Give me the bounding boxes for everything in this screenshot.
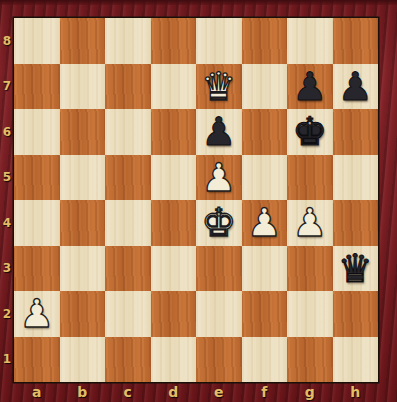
black-pawn[interactable]: ♟ [292, 64, 327, 110]
square-c3[interactable] [105, 246, 151, 292]
black-queen[interactable]: ♛ [338, 246, 373, 292]
square-c5[interactable] [105, 155, 151, 201]
square-h2[interactable] [333, 291, 379, 337]
square-g8[interactable] [287, 18, 333, 64]
white-pawn[interactable]: ♟ [292, 200, 327, 246]
square-d6[interactable] [151, 109, 197, 155]
square-f2[interactable] [242, 291, 288, 337]
square-h3[interactable]: ♛ [333, 246, 379, 292]
white-pawn[interactable]: ♟ [247, 200, 282, 246]
rank-label-6: 6 [0, 109, 14, 155]
square-h1[interactable] [333, 337, 379, 383]
square-c7[interactable] [105, 64, 151, 110]
square-a3[interactable] [14, 246, 60, 292]
square-g4[interactable]: ♟ [287, 200, 333, 246]
black-king[interactable]: ♚ [292, 109, 327, 155]
square-b8[interactable] [60, 18, 106, 64]
square-a8[interactable] [14, 18, 60, 64]
square-g6[interactable]: ♚ [287, 109, 333, 155]
square-a6[interactable] [14, 109, 60, 155]
square-b4[interactable] [60, 200, 106, 246]
square-g3[interactable] [287, 246, 333, 292]
square-c2[interactable] [105, 291, 151, 337]
rank-label-1: 1 [0, 337, 14, 383]
rank-label-4: 4 [0, 200, 14, 246]
file-label-b: b [60, 382, 106, 402]
square-f1[interactable] [242, 337, 288, 383]
square-f6[interactable] [242, 109, 288, 155]
file-labels: abcdefgh [14, 382, 378, 402]
file-label-a: a [14, 382, 60, 402]
square-f7[interactable] [242, 64, 288, 110]
square-f3[interactable] [242, 246, 288, 292]
square-d1[interactable] [151, 337, 197, 383]
square-h7[interactable]: ♟ [333, 64, 379, 110]
square-g5[interactable] [287, 155, 333, 201]
rank-label-7: 7 [0, 64, 14, 110]
square-b7[interactable] [60, 64, 106, 110]
square-b2[interactable] [60, 291, 106, 337]
square-d4[interactable] [151, 200, 197, 246]
white-queen[interactable]: ♛ [201, 64, 236, 110]
square-b1[interactable] [60, 337, 106, 383]
square-a1[interactable] [14, 337, 60, 383]
board: ♛♟♟♟♚♟♚♟♟♛♟ [14, 18, 378, 382]
square-b5[interactable] [60, 155, 106, 201]
square-h4[interactable] [333, 200, 379, 246]
black-pawn[interactable]: ♟ [338, 64, 373, 110]
square-f4[interactable]: ♟ [242, 200, 288, 246]
file-label-c: c [105, 382, 151, 402]
square-a2[interactable]: ♟ [14, 291, 60, 337]
square-h5[interactable] [333, 155, 379, 201]
square-f8[interactable] [242, 18, 288, 64]
black-pawn[interactable]: ♟ [201, 109, 236, 155]
file-label-f: f [242, 382, 288, 402]
file-label-e: e [196, 382, 242, 402]
frame-top-edge [0, 0, 397, 5]
square-d5[interactable] [151, 155, 197, 201]
square-e5[interactable]: ♟ [196, 155, 242, 201]
square-f5[interactable] [242, 155, 288, 201]
square-d8[interactable] [151, 18, 197, 64]
rank-labels: 87654321 [0, 18, 14, 382]
square-a5[interactable] [14, 155, 60, 201]
square-a4[interactable] [14, 200, 60, 246]
square-d7[interactable] [151, 64, 197, 110]
square-h6[interactable] [333, 109, 379, 155]
square-b3[interactable] [60, 246, 106, 292]
square-g7[interactable]: ♟ [287, 64, 333, 110]
rank-label-2: 2 [0, 291, 14, 337]
square-e2[interactable] [196, 291, 242, 337]
square-a7[interactable] [14, 64, 60, 110]
square-d3[interactable] [151, 246, 197, 292]
rank-label-8: 8 [0, 18, 14, 64]
square-e8[interactable] [196, 18, 242, 64]
square-e7[interactable]: ♛ [196, 64, 242, 110]
file-label-g: g [287, 382, 333, 402]
rank-label-3: 3 [0, 246, 14, 292]
square-c8[interactable] [105, 18, 151, 64]
white-pawn[interactable]: ♟ [19, 291, 54, 337]
square-g1[interactable] [287, 337, 333, 383]
file-label-h: h [333, 382, 379, 402]
square-c4[interactable] [105, 200, 151, 246]
square-e3[interactable] [196, 246, 242, 292]
square-b6[interactable] [60, 109, 106, 155]
square-h8[interactable] [333, 18, 379, 64]
square-e1[interactable] [196, 337, 242, 383]
white-pawn[interactable]: ♟ [201, 155, 236, 201]
white-king[interactable]: ♚ [201, 200, 236, 246]
square-e6[interactable]: ♟ [196, 109, 242, 155]
square-c1[interactable] [105, 337, 151, 383]
chessboard-frame: 87654321 abcdefgh ♛♟♟♟♚♟♚♟♟♛♟ [0, 0, 397, 402]
file-label-d: d [151, 382, 197, 402]
square-c6[interactable] [105, 109, 151, 155]
square-g2[interactable] [287, 291, 333, 337]
rank-label-5: 5 [0, 155, 14, 201]
square-e4[interactable]: ♚ [196, 200, 242, 246]
square-d2[interactable] [151, 291, 197, 337]
